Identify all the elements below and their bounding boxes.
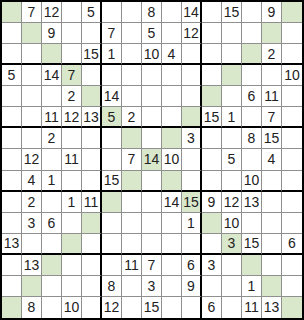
cell-r2c3[interactable]: 9 [42,23,62,44]
cell-r4c1[interactable]: 5 [2,65,22,86]
cell-r10c10[interactable]: 15 [182,192,202,213]
cell-r1c7[interactable] [122,2,142,23]
cell-r15c15[interactable] [282,297,302,318]
cell-r4c11[interactable] [202,65,222,86]
cell-r4c2[interactable] [22,65,42,86]
cell-r7c5[interactable] [82,128,102,149]
cell-r15c14[interactable]: 13 [262,297,282,318]
cell-r2c2[interactable] [22,23,42,44]
cell-r3c11[interactable] [202,44,222,65]
cell-r13c15[interactable] [282,255,302,276]
cell-r6c10[interactable] [182,107,202,128]
cell-r5c13[interactable]: 6 [242,86,262,107]
cell-r13c14[interactable] [262,255,282,276]
cell-r7c9[interactable] [162,128,182,149]
cell-r14c2[interactable] [22,276,42,297]
cell-r4c6[interactable] [102,65,122,86]
cell-r7c3[interactable]: 2 [42,128,62,149]
cell-r7c7[interactable] [122,128,142,149]
cell-r9c5[interactable] [82,171,102,192]
cell-r14c3[interactable] [42,276,62,297]
cell-r12c4[interactable] [62,234,82,255]
cell-r4c3[interactable]: 14 [42,65,62,86]
cell-r12c1[interactable]: 13 [2,234,22,255]
cell-r13c3[interactable] [42,255,62,276]
cell-r6c6[interactable]: 5 [102,107,122,128]
cell-r1c6[interactable] [102,2,122,23]
cell-r8c8[interactable]: 14 [142,149,162,170]
cell-r4c15[interactable]: 10 [282,65,302,86]
cell-r11c15[interactable] [282,213,302,234]
cell-r14c12[interactable] [222,276,242,297]
cell-r7c1[interactable] [2,128,22,149]
cell-r7c14[interactable]: 15 [262,128,282,149]
cell-r13c11[interactable]: 3 [202,255,222,276]
cell-r3c4[interactable] [62,44,82,65]
cell-r12c15[interactable]: 6 [282,234,302,255]
cell-r15c7[interactable] [122,297,142,318]
cell-r13c7[interactable]: 11 [122,255,142,276]
cell-r3c2[interactable] [22,44,42,65]
cell-r10c9[interactable]: 14 [162,192,182,213]
cell-r6c7[interactable]: 2 [122,107,142,128]
cell-r8c4[interactable]: 11 [62,149,82,170]
cell-r7c6[interactable] [102,128,122,149]
cell-r15c6[interactable]: 12 [102,297,122,318]
cell-r10c14[interactable] [262,192,282,213]
cell-r1c13[interactable] [242,2,262,23]
cell-r1c3[interactable]: 12 [42,2,62,23]
cell-r14c11[interactable] [202,276,222,297]
cell-r6c1[interactable] [2,107,22,128]
sudoku-board: 7125814159975121511042514710214611111213… [0,0,304,320]
cell-r4c12[interactable] [222,65,242,86]
cell-r8c2[interactable]: 12 [22,149,42,170]
cell-r7c11[interactable] [202,128,222,149]
cell-r12c5[interactable] [82,234,102,255]
cell-r15c12[interactable] [222,297,242,318]
cell-r2c4[interactable] [62,23,82,44]
cell-r2c14[interactable] [262,23,282,44]
cell-r2c13[interactable] [242,23,262,44]
cell-r1c1[interactable] [2,2,22,23]
cell-r4c4[interactable]: 7 [62,65,82,86]
cell-r3c7[interactable] [122,44,142,65]
cell-r15c5[interactable] [82,297,102,318]
cell-r5c9[interactable] [162,86,182,107]
cell-r6c13[interactable] [242,107,262,128]
cell-r10c5[interactable]: 11 [82,192,102,213]
cell-r5c12[interactable] [222,86,242,107]
cell-r8c1[interactable] [2,149,22,170]
cell-r12c6[interactable] [102,234,122,255]
cell-r7c8[interactable] [142,128,162,149]
cell-r7c2[interactable] [22,128,42,149]
cell-r6c8[interactable] [142,107,162,128]
cell-r1c11[interactable] [202,2,222,23]
cell-r15c8[interactable]: 15 [142,297,162,318]
cell-r7c12[interactable] [222,128,242,149]
cell-r6c5[interactable]: 13 [82,107,102,128]
cell-r2c12[interactable] [222,23,242,44]
cell-r9c12[interactable] [222,171,242,192]
cell-r13c4[interactable] [62,255,82,276]
cell-r5c7[interactable] [122,86,142,107]
cell-r15c1[interactable] [2,297,22,318]
cell-r9c7[interactable] [122,171,142,192]
cell-r13c9[interactable] [162,255,182,276]
cell-r10c11[interactable]: 9 [202,192,222,213]
cell-r5c8[interactable] [142,86,162,107]
cell-r4c14[interactable] [262,65,282,86]
cell-r1c15[interactable] [282,2,302,23]
cell-r2c15[interactable] [282,23,302,44]
cell-r3c9[interactable]: 4 [162,44,182,65]
cell-r6c4[interactable]: 12 [62,107,82,128]
cell-r12c7[interactable] [122,234,142,255]
cell-r11c6[interactable] [102,213,122,234]
cell-r13c1[interactable] [2,255,22,276]
cell-r9c15[interactable] [282,171,302,192]
cell-r8c13[interactable] [242,149,262,170]
cell-r3c3[interactable] [42,44,62,65]
cell-r10c15[interactable] [282,192,302,213]
cell-r10c8[interactable] [142,192,162,213]
cell-r14c15[interactable] [282,276,302,297]
cell-r9c3[interactable]: 1 [42,171,62,192]
cell-r14c8[interactable]: 3 [142,276,162,297]
cell-r12c12[interactable]: 3 [222,234,242,255]
cell-r14c9[interactable] [162,276,182,297]
cell-r13c2[interactable]: 13 [22,255,42,276]
cell-r11c11[interactable] [202,213,222,234]
cell-r3c5[interactable]: 15 [82,44,102,65]
cell-r14c14[interactable] [262,276,282,297]
cell-r9c10[interactable] [182,171,202,192]
cell-r12c14[interactable] [262,234,282,255]
cell-r8c10[interactable] [182,149,202,170]
cell-r2c8[interactable]: 5 [142,23,162,44]
cell-r2c9[interactable] [162,23,182,44]
cell-r11c4[interactable] [62,213,82,234]
cell-r2c10[interactable]: 12 [182,23,202,44]
cell-r10c2[interactable]: 2 [22,192,42,213]
cell-r1c10[interactable]: 14 [182,2,202,23]
cell-r11c9[interactable] [162,213,182,234]
cell-r8c9[interactable]: 10 [162,149,182,170]
cell-r10c3[interactable] [42,192,62,213]
cell-r14c10[interactable]: 9 [182,276,202,297]
cell-r14c1[interactable] [2,276,22,297]
cell-r9c14[interactable] [262,171,282,192]
cell-r1c12[interactable]: 15 [222,2,242,23]
cell-r5c2[interactable] [22,86,42,107]
cell-r10c7[interactable] [122,192,142,213]
cell-r3c8[interactable]: 10 [142,44,162,65]
cell-r15c3[interactable] [42,297,62,318]
cell-r8c6[interactable] [102,149,122,170]
cell-r9c9[interactable] [162,171,182,192]
cell-r8c7[interactable]: 7 [122,149,142,170]
cell-r8c14[interactable]: 4 [262,149,282,170]
cell-r15c11[interactable]: 6 [202,297,222,318]
cell-r5c6[interactable]: 14 [102,86,122,107]
cell-r13c5[interactable] [82,255,102,276]
cell-r2c5[interactable] [82,23,102,44]
cell-r10c12[interactable]: 12 [222,192,242,213]
cell-r9c8[interactable] [142,171,162,192]
cell-r1c4[interactable] [62,2,82,23]
cell-r7c13[interactable]: 8 [242,128,262,149]
cell-r3c14[interactable]: 2 [262,44,282,65]
cell-r5c10[interactable] [182,86,202,107]
cell-r15c9[interactable] [162,297,182,318]
cell-r12c2[interactable] [22,234,42,255]
cell-r8c12[interactable]: 5 [222,149,242,170]
cell-r14c13[interactable]: 1 [242,276,262,297]
cell-r5c14[interactable]: 11 [262,86,282,107]
cell-r1c2[interactable]: 7 [22,2,42,23]
cell-r9c6[interactable]: 15 [102,171,122,192]
cell-r11c14[interactable] [262,213,282,234]
cell-r1c8[interactable]: 8 [142,2,162,23]
cell-r2c11[interactable] [202,23,222,44]
cell-r9c11[interactable] [202,171,222,192]
cell-r12c13[interactable]: 15 [242,234,262,255]
cell-r1c14[interactable]: 9 [262,2,282,23]
cell-r2c6[interactable]: 7 [102,23,122,44]
cell-r12c8[interactable] [142,234,162,255]
cell-r10c1[interactable] [2,192,22,213]
cell-r10c4[interactable]: 1 [62,192,82,213]
cell-r14c4[interactable] [62,276,82,297]
cell-r10c6[interactable] [102,192,122,213]
cell-r15c2[interactable]: 8 [22,297,42,318]
cell-r8c5[interactable] [82,149,102,170]
cell-r1c9[interactable] [162,2,182,23]
cell-r9c1[interactable] [2,171,22,192]
cell-r12c9[interactable] [162,234,182,255]
cell-r7c4[interactable] [62,128,82,149]
cell-r4c7[interactable] [122,65,142,86]
cell-r10c13[interactable]: 13 [242,192,262,213]
cell-r11c13[interactable] [242,213,262,234]
cell-r7c15[interactable] [282,128,302,149]
cell-r9c13[interactable]: 10 [242,171,262,192]
cell-r14c6[interactable]: 8 [102,276,122,297]
cell-r13c12[interactable] [222,255,242,276]
cell-r11c3[interactable]: 6 [42,213,62,234]
cell-r12c10[interactable] [182,234,202,255]
cell-r6c11[interactable]: 15 [202,107,222,128]
cell-r7c10[interactable]: 3 [182,128,202,149]
cell-r5c1[interactable] [2,86,22,107]
cell-r6c3[interactable]: 11 [42,107,62,128]
cell-r6c9[interactable] [162,107,182,128]
cell-r6c14[interactable]: 7 [262,107,282,128]
cell-r4c13[interactable] [242,65,262,86]
cell-r14c5[interactable] [82,276,102,297]
cell-r4c9[interactable] [162,65,182,86]
cell-r13c8[interactable]: 7 [142,255,162,276]
cell-r11c2[interactable]: 3 [22,213,42,234]
cell-r2c7[interactable] [122,23,142,44]
cell-r13c6[interactable] [102,255,122,276]
cell-r3c15[interactable] [282,44,302,65]
cell-r6c12[interactable]: 1 [222,107,242,128]
cell-r14c7[interactable] [122,276,142,297]
cell-r6c15[interactable] [282,107,302,128]
cell-r11c10[interactable]: 1 [182,213,202,234]
cell-r5c5[interactable] [82,86,102,107]
cell-r1c5[interactable]: 5 [82,2,102,23]
cell-r12c11[interactable] [202,234,222,255]
cell-r11c7[interactable] [122,213,142,234]
cell-r13c10[interactable]: 6 [182,255,202,276]
cell-r13c13[interactable] [242,255,262,276]
cell-r11c1[interactable] [2,213,22,234]
cell-r12c3[interactable] [42,234,62,255]
cell-r4c10[interactable] [182,65,202,86]
cell-r6c2[interactable] [22,107,42,128]
cell-r11c8[interactable] [142,213,162,234]
cell-r5c11[interactable] [202,86,222,107]
cell-r2c1[interactable] [2,23,22,44]
cell-r3c6[interactable]: 1 [102,44,122,65]
cell-r5c4[interactable]: 2 [62,86,82,107]
cell-r15c10[interactable] [182,297,202,318]
cell-r3c13[interactable] [242,44,262,65]
cell-r11c12[interactable]: 10 [222,213,242,234]
cell-r9c4[interactable] [62,171,82,192]
cell-r5c3[interactable] [42,86,62,107]
cell-r5c15[interactable] [282,86,302,107]
cell-r9c2[interactable]: 4 [22,171,42,192]
cell-r15c13[interactable]: 11 [242,297,262,318]
cell-r3c1[interactable] [2,44,22,65]
cell-r11c5[interactable] [82,213,102,234]
cell-r8c15[interactable] [282,149,302,170]
cell-r8c11[interactable] [202,149,222,170]
cell-r3c12[interactable] [222,44,242,65]
cell-r4c5[interactable] [82,65,102,86]
cell-r8c3[interactable] [42,149,62,170]
cell-r3c10[interactable] [182,44,202,65]
cell-r15c4[interactable]: 10 [62,297,82,318]
cell-r4c8[interactable] [142,65,162,86]
